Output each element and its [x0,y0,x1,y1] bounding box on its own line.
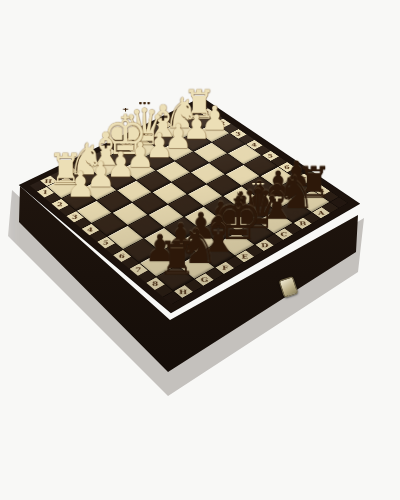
piece-black-rook-h8[interactable]: ♜ [148,236,206,282]
pieces-layer: ♜♞♝♛•••♚+♝♞♜♟♟♟♟♟♟♟♟♟♟♟♟♟♟♟♟♜♞♝♛•••♚+♝♞♜ [20,98,359,313]
king-finial: + [122,105,128,113]
scene: HGFEDCBA1122334455667788HGFEDCBA ♜♞♝♛•••… [0,0,400,500]
piece-white-pawn-h2[interactable]: ♟ [53,168,107,203]
king-finial: + [235,186,241,195]
chess-board: HGFEDCBA1122334455667788HGFEDCBA ♜♞♝♛•••… [20,98,359,313]
chess-set-photo: HGFEDCBA1122334455667788HGFEDCBA ♜♞♝♛•••… [0,0,400,500]
